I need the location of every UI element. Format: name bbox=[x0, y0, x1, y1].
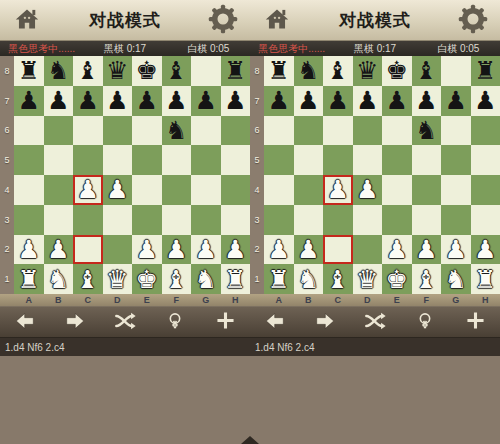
square-f4[interactable] bbox=[162, 175, 192, 205]
piece-white-pawn: ♟ bbox=[445, 235, 467, 264]
square-g8[interactable] bbox=[441, 56, 471, 86]
piece-white-bishop: ♝ bbox=[77, 265, 99, 294]
file-label-G: G bbox=[191, 294, 221, 306]
piece-white-knight: ♞ bbox=[195, 265, 217, 294]
square-d2[interactable] bbox=[103, 235, 133, 265]
file-label-A: A bbox=[14, 294, 44, 306]
square-a1[interactable]: ♜ bbox=[264, 264, 294, 294]
square-g6[interactable] bbox=[191, 116, 221, 146]
square-h3[interactable] bbox=[471, 205, 500, 235]
plus-icon bbox=[464, 309, 487, 335]
square-g2[interactable]: ♟ bbox=[441, 235, 471, 265]
square-g4[interactable] bbox=[191, 175, 221, 205]
board-area: 87654321 ♜♞♝♛♚♝♜♟♟♟♟♟♟♟♟♞♟♟♟♟♟♟♟♟♜♞♝♛♚♝♞… bbox=[0, 56, 250, 294]
square-c4[interactable]: ♟ bbox=[73, 175, 103, 205]
file-label-F: F bbox=[412, 294, 442, 306]
square-g4[interactable] bbox=[441, 175, 471, 205]
shuffle-icon bbox=[363, 310, 387, 335]
square-d3[interactable] bbox=[353, 205, 383, 235]
piece-black-knight: ♞ bbox=[165, 116, 187, 145]
square-f3[interactable] bbox=[162, 205, 192, 235]
piece-black-bishop: ♝ bbox=[165, 56, 187, 85]
piece-black-pawn: ♟ bbox=[47, 86, 69, 115]
square-b5[interactable] bbox=[44, 145, 74, 175]
piece-black-pawn: ♟ bbox=[415, 86, 437, 115]
square-d5[interactable] bbox=[103, 145, 133, 175]
square-g7[interactable]: ♟ bbox=[441, 86, 471, 116]
square-b6[interactable] bbox=[44, 116, 74, 146]
square-h1[interactable]: ♜ bbox=[471, 264, 500, 294]
square-c1[interactable]: ♝ bbox=[73, 264, 103, 294]
board-area: 87654321 ♜♞♝♛♚♝♜♟♟♟♟♟♟♟♟♞♟♟♟♟♟♟♟♟♜♞♝♛♚♝♞… bbox=[250, 56, 500, 294]
plus-icon bbox=[214, 309, 237, 335]
square-e2[interactable]: ♟ bbox=[132, 235, 162, 265]
square-c5[interactable] bbox=[73, 145, 103, 175]
square-h5[interactable] bbox=[471, 145, 500, 175]
square-h6[interactable] bbox=[471, 116, 500, 146]
square-a8[interactable]: ♜ bbox=[264, 56, 294, 86]
rank-label-2: 2 bbox=[0, 235, 14, 265]
square-e8[interactable]: ♚ bbox=[382, 56, 412, 86]
square-h2[interactable]: ♟ bbox=[221, 235, 251, 265]
file-label-E: E bbox=[382, 294, 412, 306]
file-coordinates: ABCDEFGH bbox=[0, 294, 250, 306]
square-h7[interactable]: ♟ bbox=[471, 86, 500, 116]
bottom-toolbar bbox=[0, 306, 250, 338]
rank-coordinates: 87654321 bbox=[250, 56, 264, 294]
square-b1[interactable]: ♞ bbox=[294, 264, 324, 294]
square-g8[interactable] bbox=[191, 56, 221, 86]
rank-label-5: 5 bbox=[0, 145, 14, 175]
piece-black-pawn: ♟ bbox=[386, 86, 408, 115]
square-d7[interactable]: ♟ bbox=[353, 86, 383, 116]
move-list-bar: 1.d4 Nf6 2.c4 bbox=[0, 338, 250, 356]
piece-white-knight: ♞ bbox=[47, 265, 69, 294]
square-a3[interactable] bbox=[264, 205, 294, 235]
rank-label-1: 1 bbox=[250, 264, 264, 294]
thinking-status: 黑色思考中...... bbox=[250, 42, 333, 56]
square-f2[interactable]: ♟ bbox=[412, 235, 442, 265]
square-g5[interactable] bbox=[191, 145, 221, 175]
square-e2[interactable]: ♟ bbox=[382, 235, 412, 265]
square-a5[interactable] bbox=[14, 145, 44, 175]
piece-white-bishop: ♝ bbox=[165, 265, 187, 294]
piece-black-bishop: ♝ bbox=[327, 56, 349, 85]
square-g5[interactable] bbox=[441, 145, 471, 175]
rank-label-8: 8 bbox=[0, 56, 14, 86]
arrow-left-icon bbox=[12, 310, 38, 335]
new-game-button[interactable] bbox=[208, 309, 242, 335]
file-label-B: B bbox=[294, 294, 324, 306]
home-icon bbox=[13, 5, 41, 36]
file-label-C: C bbox=[73, 294, 103, 306]
square-b7[interactable]: ♟ bbox=[44, 86, 74, 116]
square-g1[interactable]: ♞ bbox=[191, 264, 221, 294]
square-d7[interactable]: ♟ bbox=[103, 86, 133, 116]
square-f7[interactable]: ♟ bbox=[162, 86, 192, 116]
square-d4[interactable]: ♟ bbox=[353, 175, 383, 205]
piece-black-pawn: ♟ bbox=[77, 86, 99, 115]
square-e1[interactable]: ♚ bbox=[382, 264, 412, 294]
arrow-left-icon bbox=[262, 310, 288, 335]
piece-black-queen: ♛ bbox=[106, 56, 128, 85]
piece-black-rook: ♜ bbox=[268, 56, 290, 85]
square-b4[interactable] bbox=[294, 175, 324, 205]
square-d6[interactable] bbox=[103, 116, 133, 146]
piece-white-pawn: ♟ bbox=[18, 235, 40, 264]
page-title: 对战模式 bbox=[89, 9, 161, 32]
piece-white-rook: ♜ bbox=[18, 265, 40, 294]
square-e6[interactable] bbox=[382, 116, 412, 146]
file-label-D: D bbox=[353, 294, 383, 306]
square-g3[interactable] bbox=[441, 205, 471, 235]
square-h8[interactable]: ♜ bbox=[221, 56, 251, 86]
back-button[interactable] bbox=[8, 309, 42, 335]
arrow-right-icon bbox=[312, 310, 338, 335]
rank-label-1: 1 bbox=[0, 264, 14, 294]
square-a4[interactable] bbox=[264, 175, 294, 205]
move-list: 1.d4 Nf6 2.c4 bbox=[5, 342, 64, 353]
square-e8[interactable]: ♚ bbox=[132, 56, 162, 86]
status-bar: 黑色思考中...... 黑棋 0:17 白棋 0:05 bbox=[250, 41, 500, 56]
chess-app-panel-left: 对战模式 bbox=[0, 0, 250, 444]
square-f3[interactable] bbox=[412, 205, 442, 235]
square-d3[interactable] bbox=[103, 205, 133, 235]
new-game-button[interactable] bbox=[458, 309, 492, 335]
square-b7[interactable]: ♟ bbox=[294, 86, 324, 116]
rank-label-4: 4 bbox=[0, 175, 14, 205]
square-d2[interactable] bbox=[353, 235, 383, 265]
empty-area bbox=[250, 356, 500, 444]
square-e6[interactable] bbox=[132, 116, 162, 146]
square-b8[interactable]: ♞ bbox=[44, 56, 74, 86]
piece-white-rook: ♜ bbox=[474, 265, 496, 294]
gear-icon bbox=[208, 4, 238, 37]
square-c6[interactable] bbox=[73, 116, 103, 146]
back-button[interactable] bbox=[258, 309, 292, 335]
piece-black-pawn: ♟ bbox=[195, 86, 217, 115]
piece-white-bishop: ♝ bbox=[327, 265, 349, 294]
hint-button[interactable] bbox=[158, 309, 192, 335]
square-f4[interactable] bbox=[412, 175, 442, 205]
piece-black-rook: ♜ bbox=[18, 56, 40, 85]
hint-button[interactable] bbox=[408, 309, 442, 335]
piece-black-bishop: ♝ bbox=[415, 56, 437, 85]
square-f6[interactable]: ♞ bbox=[412, 116, 442, 146]
bottom-toolbar bbox=[250, 306, 500, 338]
status-bar: 黑色思考中...... 黑棋 0:17 白棋 0:05 bbox=[0, 41, 250, 56]
piece-white-bishop: ♝ bbox=[415, 265, 437, 294]
empty-area bbox=[0, 356, 250, 444]
square-e4[interactable] bbox=[382, 175, 412, 205]
square-d8[interactable]: ♛ bbox=[103, 56, 133, 86]
square-g7[interactable]: ♟ bbox=[191, 86, 221, 116]
piece-black-pawn: ♟ bbox=[106, 86, 128, 115]
file-label-F: F bbox=[162, 294, 192, 306]
square-b2[interactable]: ♟ bbox=[44, 235, 74, 265]
piece-black-pawn: ♟ bbox=[136, 86, 158, 115]
square-h4[interactable] bbox=[221, 175, 251, 205]
square-d6[interactable] bbox=[353, 116, 383, 146]
gear-icon bbox=[458, 4, 488, 37]
piece-black-pawn: ♟ bbox=[327, 86, 349, 115]
square-d1[interactable]: ♛ bbox=[353, 264, 383, 294]
square-f6[interactable]: ♞ bbox=[162, 116, 192, 146]
square-b6[interactable] bbox=[294, 116, 324, 146]
piece-black-pawn: ♟ bbox=[445, 86, 467, 115]
file-label-C: C bbox=[323, 294, 353, 306]
shuffle-icon bbox=[113, 310, 137, 335]
piece-black-pawn: ♟ bbox=[165, 86, 187, 115]
square-e7[interactable]: ♟ bbox=[132, 86, 162, 116]
square-c4[interactable]: ♟ bbox=[323, 175, 353, 205]
piece-black-king: ♚ bbox=[136, 56, 158, 85]
square-c6[interactable] bbox=[323, 116, 353, 146]
square-b1[interactable]: ♞ bbox=[44, 264, 74, 294]
square-c5[interactable] bbox=[323, 145, 353, 175]
rank-label-3: 3 bbox=[0, 205, 14, 235]
arrow-right-icon bbox=[62, 310, 88, 335]
square-g1[interactable]: ♞ bbox=[441, 264, 471, 294]
square-a7[interactable]: ♟ bbox=[264, 86, 294, 116]
piece-white-pawn: ♟ bbox=[356, 175, 378, 204]
square-f8[interactable]: ♝ bbox=[162, 56, 192, 86]
chess-board[interactable]: ♜♞♝♛♚♝♜♟♟♟♟♟♟♟♟♞♟♟♟♟♟♟♟♟♜♞♝♛♚♝♞♜ bbox=[14, 56, 250, 294]
file-label-H: H bbox=[471, 294, 500, 306]
square-c8[interactable]: ♝ bbox=[323, 56, 353, 86]
switch-sides-button[interactable] bbox=[108, 309, 142, 335]
piece-white-pawn: ♟ bbox=[77, 175, 99, 204]
square-h5[interactable] bbox=[221, 145, 251, 175]
black-clock: 黑棋 0:17 bbox=[333, 42, 416, 56]
settings-button[interactable] bbox=[207, 4, 239, 36]
file-label-E: E bbox=[132, 294, 162, 306]
file-label-D: D bbox=[103, 294, 133, 306]
square-c1[interactable]: ♝ bbox=[323, 264, 353, 294]
piece-black-pawn: ♟ bbox=[474, 86, 496, 115]
piece-white-queen: ♛ bbox=[356, 265, 378, 294]
chess-board[interactable]: ♜♞♝♛♚♝♜♟♟♟♟♟♟♟♟♞♟♟♟♟♟♟♟♟♜♞♝♛♚♝♞♜ bbox=[264, 56, 500, 294]
black-clock: 黑棋 0:17 bbox=[83, 42, 166, 56]
square-c3[interactable] bbox=[73, 205, 103, 235]
square-b8[interactable]: ♞ bbox=[294, 56, 324, 86]
move-list: 1.d4 Nf6 2.c4 bbox=[255, 342, 314, 353]
square-a2[interactable]: ♟ bbox=[14, 235, 44, 265]
bottom-notch bbox=[241, 436, 259, 444]
square-g2[interactable]: ♟ bbox=[191, 235, 221, 265]
square-h1[interactable]: ♜ bbox=[221, 264, 251, 294]
square-f8[interactable]: ♝ bbox=[412, 56, 442, 86]
file-coordinates: ABCDEFGH bbox=[250, 294, 500, 306]
square-a2[interactable]: ♟ bbox=[264, 235, 294, 265]
square-g3[interactable] bbox=[191, 205, 221, 235]
square-b2[interactable]: ♟ bbox=[294, 235, 324, 265]
piece-white-pawn: ♟ bbox=[268, 235, 290, 264]
square-f1[interactable]: ♝ bbox=[412, 264, 442, 294]
square-b3[interactable] bbox=[294, 205, 324, 235]
square-d8[interactable]: ♛ bbox=[353, 56, 383, 86]
piece-white-pawn: ♟ bbox=[415, 235, 437, 264]
piece-black-bishop: ♝ bbox=[77, 56, 99, 85]
piece-black-knight: ♞ bbox=[297, 56, 319, 85]
piece-white-king: ♚ bbox=[136, 265, 158, 294]
square-d4[interactable]: ♟ bbox=[103, 175, 133, 205]
square-c8[interactable]: ♝ bbox=[73, 56, 103, 86]
top-bar: 对战模式 bbox=[250, 0, 500, 41]
square-d1[interactable]: ♛ bbox=[103, 264, 133, 294]
file-label-B: B bbox=[44, 294, 74, 306]
piece-white-pawn: ♟ bbox=[327, 175, 349, 204]
square-h3[interactable] bbox=[221, 205, 251, 235]
rank-label-3: 3 bbox=[250, 205, 264, 235]
square-h8[interactable]: ♜ bbox=[471, 56, 500, 86]
piece-white-rook: ♜ bbox=[268, 265, 290, 294]
square-e5[interactable] bbox=[132, 145, 162, 175]
square-e4[interactable] bbox=[132, 175, 162, 205]
square-e1[interactable]: ♚ bbox=[132, 264, 162, 294]
piece-white-pawn: ♟ bbox=[224, 235, 246, 264]
piece-white-knight: ♞ bbox=[445, 265, 467, 294]
piece-black-knight: ♞ bbox=[415, 116, 437, 145]
square-a7[interactable]: ♟ bbox=[14, 86, 44, 116]
rank-label-2: 2 bbox=[250, 235, 264, 265]
square-a8[interactable]: ♜ bbox=[14, 56, 44, 86]
square-h2[interactable]: ♟ bbox=[471, 235, 500, 265]
piece-black-pawn: ♟ bbox=[224, 86, 246, 115]
forward-button[interactable] bbox=[58, 309, 92, 335]
piece-white-pawn: ♟ bbox=[136, 235, 158, 264]
square-h4[interactable] bbox=[471, 175, 500, 205]
piece-black-knight: ♞ bbox=[47, 56, 69, 85]
file-label-G: G bbox=[441, 294, 471, 306]
piece-white-queen: ♛ bbox=[106, 265, 128, 294]
chess-app-panel-right: 对战模式 bbox=[250, 0, 500, 444]
white-clock: 白棋 0:05 bbox=[417, 42, 500, 56]
thinking-status: 黑色思考中...... bbox=[0, 42, 83, 56]
piece-white-pawn: ♟ bbox=[106, 175, 128, 204]
home-icon bbox=[263, 5, 291, 36]
square-f5[interactable] bbox=[412, 145, 442, 175]
piece-white-pawn: ♟ bbox=[386, 235, 408, 264]
settings-button[interactable] bbox=[457, 4, 489, 36]
rank-label-7: 7 bbox=[0, 86, 14, 116]
rank-label-5: 5 bbox=[250, 145, 264, 175]
move-list-bar: 1.d4 Nf6 2.c4 bbox=[250, 338, 500, 356]
square-c3[interactable] bbox=[323, 205, 353, 235]
square-b5[interactable] bbox=[294, 145, 324, 175]
file-label-A: A bbox=[264, 294, 294, 306]
square-c7[interactable]: ♟ bbox=[323, 86, 353, 116]
square-c7[interactable]: ♟ bbox=[73, 86, 103, 116]
square-e7[interactable]: ♟ bbox=[382, 86, 412, 116]
file-label-H: H bbox=[221, 294, 251, 306]
piece-white-pawn: ♟ bbox=[165, 235, 187, 264]
square-h7[interactable]: ♟ bbox=[221, 86, 251, 116]
piece-black-pawn: ♟ bbox=[18, 86, 40, 115]
rank-label-6: 6 bbox=[250, 116, 264, 146]
piece-white-pawn: ♟ bbox=[47, 235, 69, 264]
square-a5[interactable] bbox=[264, 145, 294, 175]
page-title: 对战模式 bbox=[339, 9, 411, 32]
square-e3[interactable] bbox=[132, 205, 162, 235]
square-f1[interactable]: ♝ bbox=[162, 264, 192, 294]
piece-white-knight: ♞ bbox=[297, 265, 319, 294]
rank-label-8: 8 bbox=[250, 56, 264, 86]
top-bar: 对战模式 bbox=[0, 0, 250, 41]
piece-black-rook: ♜ bbox=[474, 56, 496, 85]
lightbulb-icon bbox=[165, 309, 185, 336]
square-h6[interactable] bbox=[221, 116, 251, 146]
square-a4[interactable] bbox=[14, 175, 44, 205]
piece-white-rook: ♜ bbox=[224, 265, 246, 294]
square-b3[interactable] bbox=[44, 205, 74, 235]
piece-black-king: ♚ bbox=[386, 56, 408, 85]
piece-black-pawn: ♟ bbox=[356, 86, 378, 115]
square-d5[interactable] bbox=[353, 145, 383, 175]
square-a3[interactable] bbox=[14, 205, 44, 235]
rank-coordinates: 87654321 bbox=[0, 56, 14, 294]
home-button[interactable] bbox=[261, 4, 293, 36]
lightbulb-icon bbox=[415, 309, 435, 336]
square-a6[interactable] bbox=[264, 116, 294, 146]
square-a1[interactable]: ♜ bbox=[14, 264, 44, 294]
square-g6[interactable] bbox=[441, 116, 471, 146]
piece-white-king: ♚ bbox=[386, 265, 408, 294]
forward-button[interactable] bbox=[308, 309, 342, 335]
square-c2[interactable] bbox=[323, 235, 353, 265]
square-f7[interactable]: ♟ bbox=[412, 86, 442, 116]
piece-black-rook: ♜ bbox=[224, 56, 246, 85]
square-a6[interactable] bbox=[14, 116, 44, 146]
white-clock: 白棋 0:05 bbox=[167, 42, 250, 56]
switch-sides-button[interactable] bbox=[358, 309, 392, 335]
square-e5[interactable] bbox=[382, 145, 412, 175]
piece-black-queen: ♛ bbox=[356, 56, 378, 85]
rank-label-7: 7 bbox=[250, 86, 264, 116]
square-e3[interactable] bbox=[382, 205, 412, 235]
piece-black-pawn: ♟ bbox=[268, 86, 290, 115]
piece-white-pawn: ♟ bbox=[474, 235, 496, 264]
square-b4[interactable] bbox=[44, 175, 74, 205]
rank-label-4: 4 bbox=[250, 175, 264, 205]
square-f5[interactable] bbox=[162, 145, 192, 175]
dual-screenshot-container: 对战模式 bbox=[0, 0, 500, 444]
square-f2[interactable]: ♟ bbox=[162, 235, 192, 265]
home-button[interactable] bbox=[11, 4, 43, 36]
rank-label-6: 6 bbox=[0, 116, 14, 146]
square-c2[interactable] bbox=[73, 235, 103, 265]
piece-white-pawn: ♟ bbox=[297, 235, 319, 264]
piece-white-pawn: ♟ bbox=[195, 235, 217, 264]
piece-black-pawn: ♟ bbox=[297, 86, 319, 115]
